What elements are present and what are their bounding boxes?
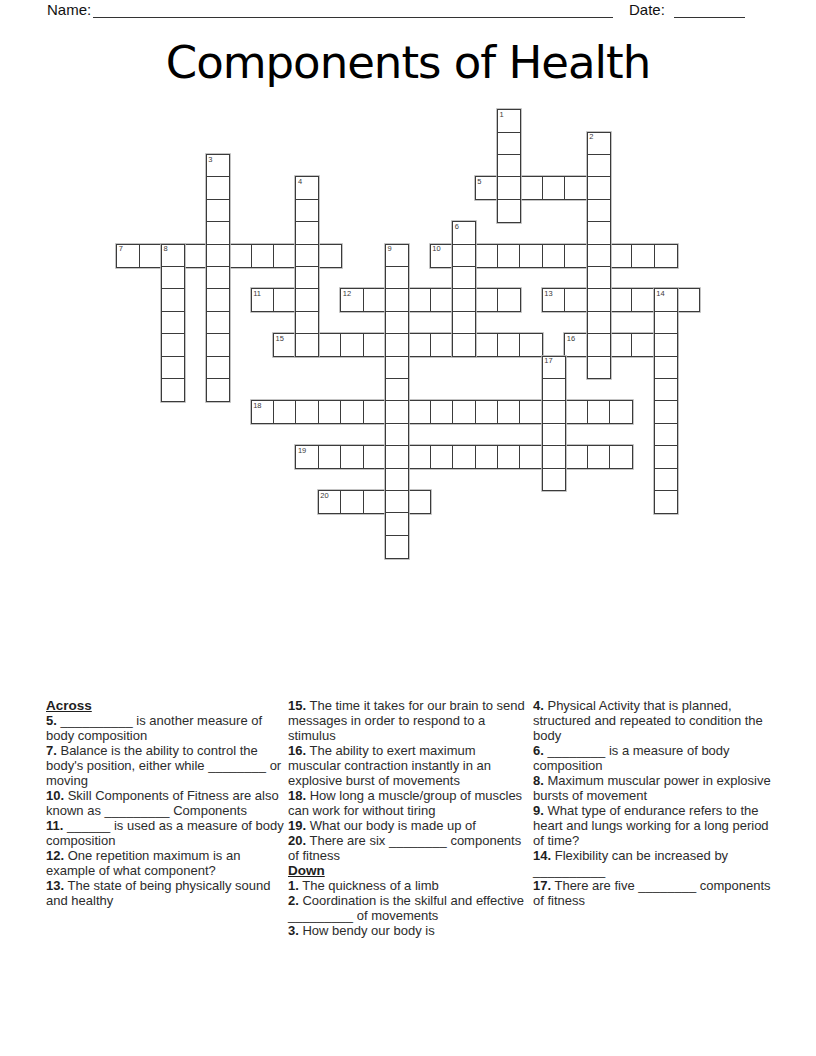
clue-column-right: 4. Physical Activity that is planned, st… (533, 698, 776, 908)
crossword-cell[interactable] (564, 176, 588, 200)
clue-number: 12 (343, 290, 351, 298)
clue-number: 4 (298, 178, 302, 186)
crossword-cell[interactable] (631, 333, 655, 357)
clue-14-down: 14. Flexibility can be increased by ____… (533, 848, 776, 878)
clue-1-down: 1. The quickness of a limb (288, 878, 531, 893)
crossword-cell[interactable] (654, 468, 678, 492)
clue-17-down: 17. There are five ________ components o… (533, 878, 776, 908)
crossword-cell[interactable] (587, 154, 611, 178)
crossword-cell[interactable] (295, 221, 319, 245)
clue-number: 8 (164, 245, 168, 253)
crossword-cell[interactable] (251, 244, 275, 268)
word-20-across: 20 (318, 490, 431, 514)
clue-9-down: 9. What type of endurance refers to the … (533, 803, 776, 848)
clue-18-across: 18. How long a muscle/group of muscles c… (288, 788, 531, 818)
crossword-cell[interactable]: 19 (295, 445, 319, 469)
crossword-cell[interactable] (161, 378, 185, 402)
crossword-cell[interactable]: 9 (385, 244, 409, 268)
crossword-cell[interactable] (318, 244, 342, 268)
clue-8-down: 8. Maximum muscular power in explosive b… (533, 773, 776, 803)
crossword-cell[interactable] (161, 288, 185, 312)
crossword-cell[interactable] (497, 154, 521, 178)
crossword-cell[interactable] (519, 176, 543, 200)
clue-3-down: 3. How bendy our body is (288, 923, 531, 938)
crossword-cell[interactable] (161, 266, 185, 290)
crossword-cell[interactable] (587, 199, 611, 223)
crossword-cell[interactable] (609, 400, 633, 424)
crossword-cell[interactable] (587, 266, 611, 290)
crossword-cell[interactable] (206, 333, 230, 357)
crossword-cell[interactable] (519, 333, 543, 357)
word-12-across: 12 (340, 288, 521, 312)
crossword-cell[interactable] (206, 378, 230, 402)
crossword-cell[interactable] (363, 400, 387, 424)
crossword-cell[interactable] (452, 266, 476, 290)
crossword-cell[interactable] (295, 333, 319, 357)
crossword-cell[interactable]: 1 (497, 109, 521, 133)
crossword-cell[interactable] (542, 445, 566, 469)
word-3-down: 3 (206, 154, 230, 402)
crossword-cell[interactable] (542, 244, 566, 268)
crossword-cell[interactable] (519, 445, 543, 469)
crossword-cell[interactable] (295, 244, 319, 268)
crossword-cell[interactable] (340, 333, 364, 357)
crossword-cell[interactable] (452, 445, 476, 469)
crossword-cell[interactable] (587, 356, 611, 380)
crossword-cell[interactable] (542, 423, 566, 447)
crossword-cell[interactable]: 4 (295, 176, 319, 200)
clue-number: 20 (320, 492, 328, 500)
clue-column-middle: 15. The time it takes for our brain to s… (288, 698, 531, 938)
down-header: Down (288, 863, 531, 878)
clue-11-across: 11. ______ is used as a measure of body … (46, 818, 284, 848)
crossword-cell[interactable] (497, 288, 521, 312)
clue-12-across: 12. One repetition maximum is an example… (46, 848, 284, 878)
crossword-cell[interactable] (385, 400, 409, 424)
clue-number: 1 (500, 111, 504, 119)
crossword-cell[interactable] (497, 400, 521, 424)
crossword-cell[interactable]: 18 (251, 400, 275, 424)
crossword-cell[interactable] (407, 445, 431, 469)
word-17-down: 17 (542, 356, 566, 492)
clue-6-down: 6. ________ is a measure of body composi… (533, 743, 776, 773)
crossword-cell[interactable] (295, 400, 319, 424)
crossword-cell[interactable]: 2 (587, 132, 611, 156)
word-1-down: 1 (497, 109, 521, 222)
crossword-cell[interactable] (654, 333, 678, 357)
crossword-cell[interactable] (161, 333, 185, 357)
clue-number: 19 (298, 447, 306, 455)
crossword-cell[interactable] (564, 445, 588, 469)
crossword-cell[interactable] (318, 400, 342, 424)
crossword-cell[interactable] (587, 400, 611, 424)
clue-19-across: 19. What our body is made up of (288, 818, 531, 833)
clue-number: 14 (656, 290, 664, 298)
clue-number: 9 (388, 245, 392, 253)
crossword-cell[interactable] (542, 400, 566, 424)
word-2-down: 2 (587, 132, 611, 380)
crossword-cell[interactable] (273, 400, 297, 424)
crossword-cell[interactable] (318, 445, 342, 469)
word-8-down: 8 (161, 244, 185, 402)
crossword-cell[interactable] (363, 333, 387, 357)
crossword-cell[interactable] (497, 199, 521, 223)
crossword-cell[interactable] (587, 311, 611, 335)
clue-15-across: 15. The time it takes for our brain to s… (288, 698, 531, 743)
crossword-cell[interactable]: 6 (452, 221, 476, 245)
crossword-cell[interactable] (587, 221, 611, 245)
crossword-cell[interactable]: 10 (430, 244, 454, 268)
word-4-down: 4 (295, 176, 319, 357)
crossword-cell[interactable] (475, 400, 499, 424)
crossword-cell[interactable] (587, 288, 611, 312)
across-header: Across (46, 698, 284, 713)
crossword-cell[interactable] (475, 333, 499, 357)
crossword-cell[interactable] (564, 400, 588, 424)
clue-number: 13 (544, 290, 552, 298)
crossword-cell[interactable] (273, 244, 297, 268)
crossword-cell[interactable] (407, 288, 431, 312)
crossword-cell[interactable] (676, 288, 700, 312)
crossword-cell[interactable]: 20 (318, 490, 342, 514)
crossword-cell[interactable] (407, 333, 431, 357)
crossword-cell[interactable] (363, 490, 387, 514)
crossword-cell[interactable] (654, 400, 678, 424)
crossword-cell[interactable] (654, 445, 678, 469)
word-9-down: 9 (385, 244, 409, 559)
clue-20-across: 20. There are six ________ components of… (288, 833, 531, 863)
clue-7-across: 7. Balance is the ability to control the… (46, 743, 284, 788)
crossword-cell[interactable] (139, 244, 163, 268)
crossword-cell[interactable] (385, 356, 409, 380)
crossword-cell[interactable] (363, 445, 387, 469)
crossword-cell[interactable] (385, 512, 409, 536)
crossword-cell[interactable] (452, 333, 476, 357)
clue-number: 6 (455, 223, 459, 231)
crossword-cell[interactable] (430, 288, 454, 312)
clue-number: 5 (477, 178, 481, 186)
crossword-cell[interactable] (385, 535, 409, 559)
clue-number: 15 (276, 335, 284, 343)
clue-number: 7 (119, 245, 123, 253)
clue-number: 18 (253, 402, 261, 410)
crossword-cell[interactable] (228, 244, 252, 268)
crossword-cell[interactable] (407, 490, 431, 514)
crossword-cell[interactable] (206, 199, 230, 223)
crossword-grid: 5710111213151618192012346891417 (0, 0, 816, 700)
crossword-cell[interactable]: 7 (116, 244, 140, 268)
crossword-cell[interactable] (340, 445, 364, 469)
crossword-cell[interactable] (385, 468, 409, 492)
crossword-cell[interactable] (631, 288, 655, 312)
crossword-cell[interactable]: 17 (542, 356, 566, 380)
crossword-cell[interactable] (452, 311, 476, 335)
crossword-cell[interactable] (206, 266, 230, 290)
crossword-cell[interactable] (206, 288, 230, 312)
crossword-cell[interactable] (206, 356, 230, 380)
crossword-cell[interactable] (654, 490, 678, 514)
crossword-cell[interactable] (519, 244, 543, 268)
crossword-cell[interactable] (542, 468, 566, 492)
crossword-cell[interactable]: 8 (161, 244, 185, 268)
crossword-cell[interactable] (318, 333, 342, 357)
crossword-cell[interactable]: 13 (542, 288, 566, 312)
crossword-cell[interactable] (587, 176, 611, 200)
clue-number: 2 (589, 133, 593, 141)
crossword-cell[interactable]: 15 (273, 333, 297, 357)
crossword-cell[interactable] (654, 378, 678, 402)
crossword-cell[interactable] (385, 266, 409, 290)
crossword-cell[interactable] (631, 244, 655, 268)
crossword-cell[interactable] (475, 244, 499, 268)
crossword-cell[interactable] (654, 356, 678, 380)
crossword-cell[interactable] (654, 244, 678, 268)
crossword-cell[interactable]: 14 (654, 288, 678, 312)
crossword-cell[interactable] (340, 400, 364, 424)
clue-number: 17 (544, 357, 552, 365)
crossword-cell[interactable] (430, 400, 454, 424)
crossword-cell[interactable] (385, 490, 409, 514)
crossword-cell[interactable]: 3 (206, 154, 230, 178)
clue-10-across: 10. Skill Components of Fitness are also… (46, 788, 284, 818)
crossword-cell[interactable] (363, 288, 387, 312)
crossword-cell[interactable] (206, 244, 230, 268)
crossword-cell[interactable] (273, 288, 297, 312)
crossword-cell[interactable] (609, 288, 633, 312)
clue-number: 16 (567, 335, 575, 343)
crossword-cell[interactable] (206, 311, 230, 335)
clue-number: 3 (208, 156, 212, 164)
crossword-cell[interactable] (295, 199, 319, 223)
crossword-cell[interactable] (407, 400, 431, 424)
crossword-cell[interactable] (564, 288, 588, 312)
crossword-cell[interactable] (385, 445, 409, 469)
clue-number: 11 (253, 290, 261, 298)
crossword-cell[interactable] (430, 445, 454, 469)
crossword-cell[interactable] (161, 311, 185, 335)
crossword-cell[interactable] (385, 311, 409, 335)
clue-4-down: 4. Physical Activity that is planned, st… (533, 698, 776, 743)
clue-2-down: 2. Coordination is the skilful and effec… (288, 893, 531, 923)
word-14-down: 14 (654, 288, 678, 513)
word-19-across: 19 (295, 445, 632, 469)
crossword-cell[interactable] (385, 378, 409, 402)
crossword-cell[interactable]: 5 (475, 176, 499, 200)
crossword-cell[interactable] (475, 445, 499, 469)
crossword-cell[interactable] (295, 288, 319, 312)
crossword-cell[interactable] (587, 333, 611, 357)
crossword-cell[interactable] (452, 244, 476, 268)
crossword-cell[interactable] (430, 333, 454, 357)
crossword-cell[interactable] (183, 244, 207, 268)
crossword-cell[interactable] (542, 176, 566, 200)
crossword-cell[interactable] (497, 176, 521, 200)
crossword-cell[interactable] (452, 288, 476, 312)
crossword-cell[interactable] (385, 333, 409, 357)
crossword-cell[interactable] (587, 244, 611, 268)
crossword-cell[interactable] (497, 445, 521, 469)
crossword-cell[interactable] (452, 400, 476, 424)
crossword-cell[interactable] (295, 266, 319, 290)
crossword-cell[interactable] (161, 356, 185, 380)
crossword-cell[interactable]: 12 (340, 288, 364, 312)
crossword-cell[interactable] (609, 333, 633, 357)
crossword-cell[interactable] (385, 423, 409, 447)
clue-13-across: 13. The state of being physically sound … (46, 878, 284, 908)
crossword-cell[interactable] (609, 244, 633, 268)
word-6-down: 6 (452, 221, 476, 357)
crossword-cell[interactable] (587, 445, 611, 469)
crossword-cell[interactable] (654, 423, 678, 447)
crossword-cell[interactable] (497, 244, 521, 268)
clue-5-across: 5. __________ is another measure of body… (46, 713, 284, 743)
crossword-cell[interactable] (497, 333, 521, 357)
word-18-across: 18 (251, 400, 633, 424)
clue-16-across: 16. The ability to exert maximum muscula… (288, 743, 531, 788)
crossword-cell[interactable] (475, 288, 499, 312)
crossword-cell[interactable] (295, 311, 319, 335)
crossword-cell[interactable]: 16 (564, 333, 588, 357)
crossword-cell[interactable] (206, 176, 230, 200)
crossword-cell[interactable]: 11 (251, 288, 275, 312)
clue-column-left: Across5. __________ is another measure o… (46, 698, 284, 908)
crossword-cell[interactable] (385, 288, 409, 312)
crossword-cell[interactable] (340, 490, 364, 514)
clue-number: 10 (432, 245, 440, 253)
crossword-cell[interactable] (564, 244, 588, 268)
crossword-cell[interactable] (206, 221, 230, 245)
crossword-cell[interactable] (497, 132, 521, 156)
crossword-cell[interactable] (519, 400, 543, 424)
crossword-cell[interactable] (654, 311, 678, 335)
crossword-cell[interactable] (542, 378, 566, 402)
crossword-cell[interactable] (609, 445, 633, 469)
